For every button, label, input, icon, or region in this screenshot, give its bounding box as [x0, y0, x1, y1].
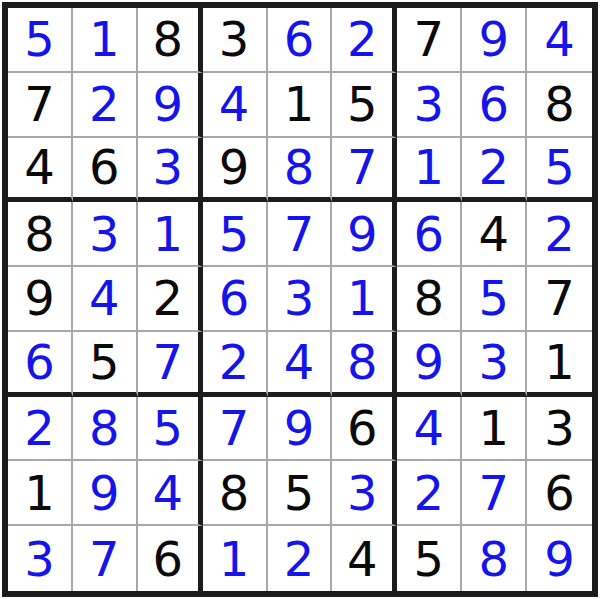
- cell-r6c4[interactable]: 2: [203, 332, 268, 397]
- cell-r6c6[interactable]: 8: [332, 332, 397, 397]
- cell-r4c9[interactable]: 2: [527, 202, 592, 267]
- cell-r7c7[interactable]: 4: [397, 397, 462, 462]
- cell-r6c1[interactable]: 6: [8, 332, 73, 397]
- cell-r1c8[interactable]: 9: [462, 8, 527, 73]
- cell-r4c4[interactable]: 5: [203, 202, 268, 267]
- cell-r7c1[interactable]: 2: [8, 397, 73, 462]
- cell-r9c8[interactable]: 8: [462, 526, 527, 591]
- cell-r1c3[interactable]: 8: [138, 8, 203, 73]
- cell-r3c1[interactable]: 4: [8, 138, 73, 203]
- cell-r5c3[interactable]: 2: [138, 267, 203, 332]
- cell-r3c3[interactable]: 3: [138, 138, 203, 203]
- cell-r8c4[interactable]: 8: [203, 461, 268, 526]
- cell-r8c5[interactable]: 5: [268, 461, 333, 526]
- cell-r2c7[interactable]: 3: [397, 73, 462, 138]
- cell-r2c4[interactable]: 4: [203, 73, 268, 138]
- cell-r8c1[interactable]: 1: [8, 461, 73, 526]
- cell-r8c7[interactable]: 2: [397, 461, 462, 526]
- cell-r1c4[interactable]: 3: [203, 8, 268, 73]
- cell-r4c1[interactable]: 8: [8, 202, 73, 267]
- cell-r7c8[interactable]: 1: [462, 397, 527, 462]
- cell-r1c2[interactable]: 1: [73, 8, 138, 73]
- sudoku-board: 5183627947294153684639871258315796429426…: [2, 2, 598, 597]
- cell-r8c3[interactable]: 4: [138, 461, 203, 526]
- cell-r4c7[interactable]: 6: [397, 202, 462, 267]
- cell-r6c2[interactable]: 5: [73, 332, 138, 397]
- cell-r9c6[interactable]: 4: [332, 526, 397, 591]
- cell-r2c1[interactable]: 7: [8, 73, 73, 138]
- cell-r6c9[interactable]: 1: [527, 332, 592, 397]
- cell-r9c3[interactable]: 6: [138, 526, 203, 591]
- cell-r6c5[interactable]: 4: [268, 332, 333, 397]
- cell-r5c1[interactable]: 9: [8, 267, 73, 332]
- cell-r7c6[interactable]: 6: [332, 397, 397, 462]
- cell-r5c5[interactable]: 3: [268, 267, 333, 332]
- cell-r7c3[interactable]: 5: [138, 397, 203, 462]
- cell-r5c7[interactable]: 8: [397, 267, 462, 332]
- cell-r8c2[interactable]: 9: [73, 461, 138, 526]
- cell-r3c2[interactable]: 6: [73, 138, 138, 203]
- cell-r3c5[interactable]: 8: [268, 138, 333, 203]
- cell-r3c7[interactable]: 1: [397, 138, 462, 203]
- cell-r6c8[interactable]: 3: [462, 332, 527, 397]
- cell-r8c6[interactable]: 3: [332, 461, 397, 526]
- cell-r9c4[interactable]: 1: [203, 526, 268, 591]
- cell-r1c5[interactable]: 6: [268, 8, 333, 73]
- cell-r7c9[interactable]: 3: [527, 397, 592, 462]
- cell-r4c6[interactable]: 9: [332, 202, 397, 267]
- cell-r6c3[interactable]: 7: [138, 332, 203, 397]
- cell-r2c2[interactable]: 2: [73, 73, 138, 138]
- cell-r2c6[interactable]: 5: [332, 73, 397, 138]
- cell-r4c2[interactable]: 3: [73, 202, 138, 267]
- cell-r4c8[interactable]: 4: [462, 202, 527, 267]
- cell-r5c4[interactable]: 6: [203, 267, 268, 332]
- cell-r4c5[interactable]: 7: [268, 202, 333, 267]
- cell-r2c9[interactable]: 8: [527, 73, 592, 138]
- sudoku-page: 5183627947294153684639871258315796429426…: [0, 0, 600, 599]
- cell-r3c8[interactable]: 2: [462, 138, 527, 203]
- cell-r9c1[interactable]: 3: [8, 526, 73, 591]
- cell-r2c8[interactable]: 6: [462, 73, 527, 138]
- cell-r5c6[interactable]: 1: [332, 267, 397, 332]
- cell-r1c6[interactable]: 2: [332, 8, 397, 73]
- cell-r8c9[interactable]: 6: [527, 461, 592, 526]
- cell-r5c9[interactable]: 7: [527, 267, 592, 332]
- cell-r9c5[interactable]: 2: [268, 526, 333, 591]
- cell-r2c3[interactable]: 9: [138, 73, 203, 138]
- cell-r3c6[interactable]: 7: [332, 138, 397, 203]
- cell-r2c5[interactable]: 1: [268, 73, 333, 138]
- cell-r8c8[interactable]: 7: [462, 461, 527, 526]
- cell-r9c9[interactable]: 9: [527, 526, 592, 591]
- cell-r4c3[interactable]: 1: [138, 202, 203, 267]
- cell-r7c4[interactable]: 7: [203, 397, 268, 462]
- cell-r1c7[interactable]: 7: [397, 8, 462, 73]
- cell-r3c9[interactable]: 5: [527, 138, 592, 203]
- cell-r3c4[interactable]: 9: [203, 138, 268, 203]
- cell-r5c8[interactable]: 5: [462, 267, 527, 332]
- cell-r7c2[interactable]: 8: [73, 397, 138, 462]
- cell-r7c5[interactable]: 9: [268, 397, 333, 462]
- cell-r9c2[interactable]: 7: [73, 526, 138, 591]
- cell-r1c9[interactable]: 4: [527, 8, 592, 73]
- cell-r6c7[interactable]: 9: [397, 332, 462, 397]
- cell-r5c2[interactable]: 4: [73, 267, 138, 332]
- cell-r9c7[interactable]: 5: [397, 526, 462, 591]
- cell-r1c1[interactable]: 5: [8, 8, 73, 73]
